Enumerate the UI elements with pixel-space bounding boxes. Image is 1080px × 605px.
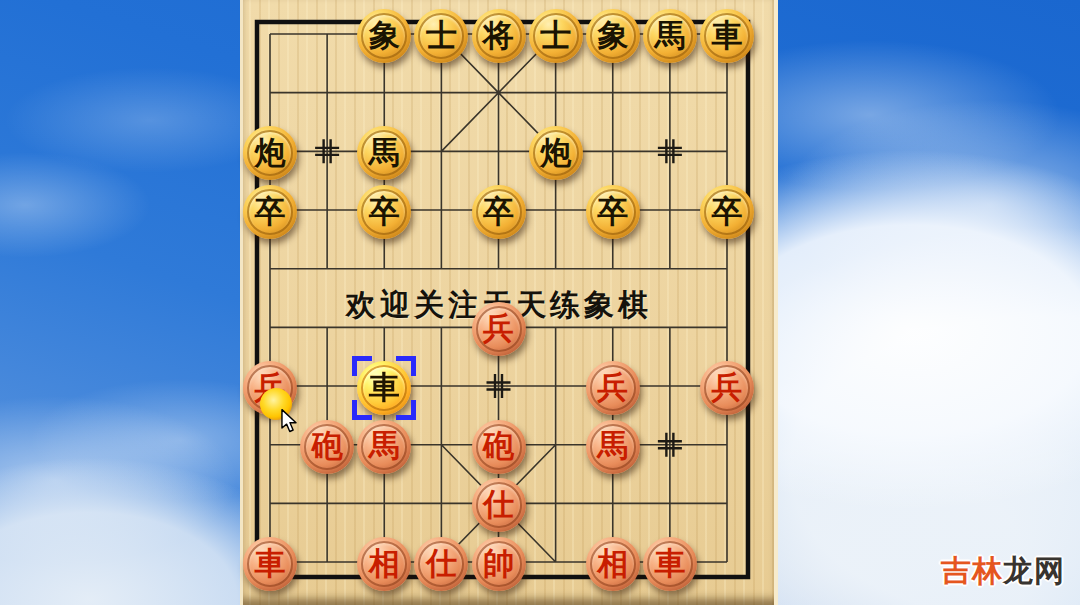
piece-glyph: 車	[712, 20, 743, 51]
screen: 欢迎关注天天练象棋 象士将士象馬車炮馬炮卒卒卒卒卒車兵兵兵兵砲馬砲馬仕車相仕帥相…	[0, 0, 1080, 605]
piece-red-horse[interactable]: 馬	[357, 420, 411, 474]
piece-red-horse[interactable]: 馬	[586, 420, 640, 474]
piece-glyph: 兵	[712, 372, 743, 403]
piece-glyph: 卒	[597, 196, 628, 227]
piece-glyph: 車	[255, 548, 286, 579]
piece-glyph: 士	[540, 20, 571, 51]
piece-glyph: 士	[426, 20, 457, 51]
piece-black-general[interactable]: 将	[472, 9, 526, 63]
piece-black-soldier[interactable]: 卒	[586, 185, 640, 239]
piece-red-chariot[interactable]: 車	[243, 537, 297, 591]
piece-glyph: 仕	[426, 548, 457, 579]
piece-red-elephant[interactable]: 相	[357, 537, 411, 591]
piece-glyph: 砲	[483, 430, 514, 461]
piece-black-chariot[interactable]: 車	[700, 9, 754, 63]
piece-glyph: 象	[369, 20, 400, 51]
piece-red-chariot[interactable]: 車	[643, 537, 697, 591]
piece-glyph: 帥	[483, 548, 514, 579]
piece-black-soldier[interactable]: 卒	[357, 185, 411, 239]
piece-glyph: 相	[597, 548, 628, 579]
piece-glyph: 仕	[483, 489, 514, 520]
piece-glyph: 卒	[712, 196, 743, 227]
piece-glyph: 馬	[369, 430, 400, 461]
piece-glyph: 馬	[597, 430, 628, 461]
piece-glyph: 卒	[255, 196, 286, 227]
piece-glyph: 相	[369, 548, 400, 579]
piece-black-advisor[interactable]: 士	[529, 9, 583, 63]
xiangqi-board[interactable]: 欢迎关注天天练象棋 象士将士象馬車炮馬炮卒卒卒卒卒車兵兵兵兵砲馬砲馬仕車相仕帥相…	[240, 0, 778, 605]
mouse-cursor	[280, 408, 298, 434]
piece-glyph: 炮	[540, 137, 571, 168]
piece-glyph: 兵	[597, 372, 628, 403]
piece-black-cannon[interactable]: 炮	[243, 126, 297, 180]
piece-glyph: 車	[654, 548, 685, 579]
piece-red-advisor[interactable]: 仕	[472, 478, 526, 532]
piece-black-soldier[interactable]: 卒	[700, 185, 754, 239]
piece-glyph: 馬	[654, 20, 685, 51]
piece-glyph: 車	[369, 372, 400, 403]
piece-red-soldier[interactable]: 兵	[700, 361, 754, 415]
piece-glyph: 兵	[483, 313, 514, 344]
piece-glyph: 象	[597, 20, 628, 51]
piece-red-soldier[interactable]: 兵	[586, 361, 640, 415]
piece-black-soldier[interactable]: 卒	[472, 185, 526, 239]
piece-red-elephant[interactable]: 相	[586, 537, 640, 591]
piece-black-horse[interactable]: 馬	[643, 9, 697, 63]
piece-black-elephant[interactable]: 象	[357, 9, 411, 63]
piece-red-cannon[interactable]: 砲	[472, 420, 526, 474]
piece-glyph: 馬	[369, 137, 400, 168]
watermark-part1: 吉林	[941, 553, 1003, 588]
piece-glyph: 炮	[255, 137, 286, 168]
piece-black-elephant[interactable]: 象	[586, 9, 640, 63]
piece-black-cannon[interactable]: 炮	[529, 126, 583, 180]
piece-black-advisor[interactable]: 士	[414, 9, 468, 63]
piece-red-advisor[interactable]: 仕	[414, 537, 468, 591]
piece-red-cannon[interactable]: 砲	[300, 420, 354, 474]
piece-red-soldier[interactable]: 兵	[472, 302, 526, 356]
piece-red-general[interactable]: 帥	[472, 537, 526, 591]
piece-black-soldier[interactable]: 卒	[243, 185, 297, 239]
piece-black-chariot[interactable]: 車	[357, 361, 411, 415]
piece-glyph: 卒	[483, 196, 514, 227]
watermark-part2: 龙网	[1003, 553, 1065, 588]
piece-glyph: 卒	[369, 196, 400, 227]
watermark: 吉林龙网	[941, 551, 1065, 592]
piece-glyph: 将	[483, 20, 514, 51]
piece-glyph: 砲	[312, 430, 343, 461]
